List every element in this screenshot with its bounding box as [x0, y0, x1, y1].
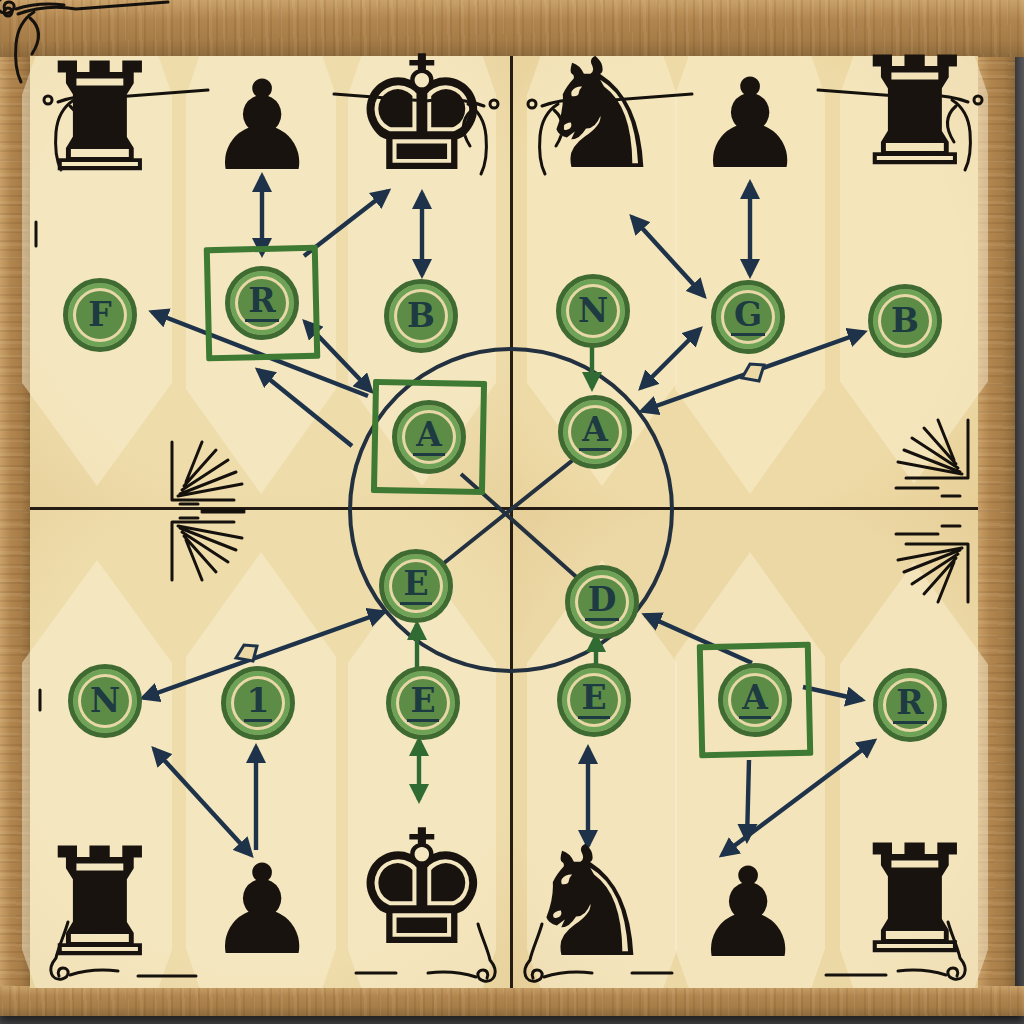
piece-rook-top-right: ♜: [848, 37, 982, 187]
token-a-center: A: [558, 395, 632, 469]
frame-bottom-rail: [0, 986, 1024, 1016]
vertical-panel-seam: [510, 56, 513, 988]
piece-king-bottom-left: ♚: [351, 809, 493, 967]
piece-rook-top-left: ♜: [33, 43, 167, 193]
horizontal-panel-seam: [30, 507, 978, 510]
framed-chess-diagram: ♜ ♟ ♚ ♞ ♟ ♜ ♜ ♟ ♚ ♞ ♟ ♜ F R B N G B A A …: [0, 0, 1024, 1024]
token-n: N: [556, 274, 630, 348]
token-n2: N: [68, 664, 142, 738]
token-b2: B: [868, 284, 942, 358]
token-r-boxed: R: [225, 266, 299, 340]
token-e3: E: [557, 663, 631, 737]
board-surface: [30, 56, 978, 988]
token-d-center: D: [565, 565, 639, 639]
token-f: F: [63, 278, 137, 352]
token-g: G: [711, 280, 785, 354]
piece-knight-top-right: ♞: [532, 39, 668, 191]
piece-pawn-bottom-left: ♟: [206, 848, 317, 972]
token-b: B: [384, 279, 458, 353]
token-a-boxed-center: A: [392, 400, 466, 474]
token-one: 1: [221, 666, 295, 740]
piece-pawn-top-left: ♟: [206, 64, 317, 188]
piece-rook-bottom-right: ♜: [848, 825, 982, 975]
token-e2: E: [386, 666, 460, 740]
piece-pawn-top-right: ♟: [694, 62, 805, 186]
token-e-center: E: [379, 549, 453, 623]
piece-pawn-bottom-right: ♟: [692, 851, 803, 975]
piece-king-top-left: ♚: [351, 35, 493, 193]
token-r2: R: [873, 668, 947, 742]
token-a-boxed-lower: A: [718, 663, 792, 737]
piece-knight-bottom-right: ♞: [522, 827, 658, 979]
piece-rook-bottom-left: ♜: [33, 828, 167, 978]
